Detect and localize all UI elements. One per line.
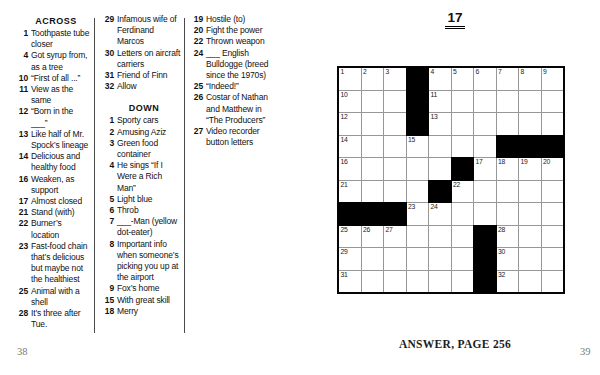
clue-item: 12“Born in the ___” bbox=[15, 106, 91, 128]
cell-number: 3 bbox=[386, 68, 390, 77]
clue-number: 12 bbox=[15, 106, 31, 128]
cell-r4c7[interactable] bbox=[474, 136, 496, 158]
cell-r10c8[interactable]: 32 bbox=[497, 271, 519, 293]
cell-number: 32 bbox=[498, 271, 505, 280]
cell-r9c3[interactable] bbox=[384, 248, 406, 270]
cell-r10c6[interactable] bbox=[452, 271, 474, 293]
block-r7c2 bbox=[362, 203, 384, 225]
clue-column-1: ACROSS1Toothpaste tube closer4Got syrup … bbox=[15, 14, 91, 330]
block-r7c1 bbox=[339, 203, 361, 225]
cell-r10c2[interactable] bbox=[362, 271, 384, 293]
cell-r5c1[interactable]: 16 bbox=[339, 158, 361, 180]
cell-r3c7[interactable] bbox=[474, 113, 496, 135]
cell-r2c2[interactable] bbox=[362, 91, 384, 113]
cell-r2c1[interactable]: 10 bbox=[339, 91, 361, 113]
clue-text: View as the same bbox=[31, 84, 91, 106]
cell-r4c6[interactable] bbox=[452, 136, 474, 158]
block-r9c7 bbox=[474, 248, 496, 270]
cell-r2c3[interactable] bbox=[384, 91, 406, 113]
cell-r9c4[interactable] bbox=[407, 248, 429, 270]
cell-r1c3[interactable]: 3 bbox=[384, 68, 406, 90]
clue-number: 20 bbox=[190, 25, 206, 36]
clue-number: 2 bbox=[101, 127, 117, 138]
block-r4c10 bbox=[542, 136, 564, 158]
clue-number: 28 bbox=[15, 308, 31, 330]
column-divider bbox=[184, 18, 185, 333]
cell-r1c2[interactable]: 2 bbox=[362, 68, 384, 90]
clue-item: 2Amusing Aziz bbox=[101, 127, 181, 138]
clue-number: 22 bbox=[190, 36, 206, 47]
clue-number: 25 bbox=[190, 81, 206, 92]
block-r6c5 bbox=[429, 181, 451, 203]
cell-number: 26 bbox=[363, 226, 370, 235]
clue-item: 24___ English Bulldogge (breed since the… bbox=[190, 48, 272, 82]
clue-item: 28It’s three after Tue. bbox=[15, 308, 91, 330]
cell-r7c10[interactable] bbox=[542, 203, 564, 225]
clue-number: 8 bbox=[101, 239, 117, 284]
clue-item: 11View as the same bbox=[15, 84, 91, 106]
clue-number: 5 bbox=[101, 194, 117, 205]
cell-number: 27 bbox=[386, 226, 393, 235]
clue-text: Fox’s home bbox=[117, 283, 181, 294]
cell-number: 7 bbox=[498, 68, 502, 77]
clue-item: 27Video recorder button letters bbox=[190, 126, 272, 148]
clue-text: Light blue bbox=[117, 194, 181, 205]
clue-number: 9 bbox=[101, 283, 117, 294]
cell-number: 29 bbox=[341, 248, 348, 257]
clue-text: Animal with a shell bbox=[31, 286, 91, 308]
clue-text: Fast-food chain that’s delicious but may… bbox=[31, 241, 91, 286]
cell-r1c6[interactable]: 5 bbox=[452, 68, 474, 90]
clue-item: 17Almost closed bbox=[15, 196, 91, 207]
cell-number: 19 bbox=[521, 158, 528, 167]
cell-number: 5 bbox=[453, 68, 457, 77]
cell-r7c5[interactable]: 24 bbox=[429, 203, 451, 225]
block-r1c4 bbox=[407, 68, 429, 90]
clue-number: 11 bbox=[15, 84, 31, 106]
clue-item: 25“Indeed!” bbox=[190, 81, 272, 92]
cell-r8c4[interactable] bbox=[407, 226, 429, 248]
clue-number: 16 bbox=[15, 174, 31, 196]
clue-text: Friend of Finn bbox=[117, 70, 181, 81]
clue-text: Delicious and healthy food bbox=[31, 151, 91, 173]
cell-r1c8[interactable]: 7 bbox=[497, 68, 519, 90]
cell-r10c5[interactable] bbox=[429, 271, 451, 293]
clue-text: Costar of Nathan and Matthew in “The Pro… bbox=[206, 92, 272, 126]
cell-r8c5[interactable] bbox=[429, 226, 451, 248]
cell-number: 9 bbox=[543, 68, 547, 77]
cell-r4c1[interactable]: 14 bbox=[339, 136, 361, 158]
cell-r1c7[interactable]: 6 bbox=[474, 68, 496, 90]
clue-item: 13Like half of Mr. Spock’s lineage bbox=[15, 129, 91, 151]
clue-text: Amusing Aziz bbox=[117, 127, 181, 138]
cell-r5c4[interactable] bbox=[407, 158, 429, 180]
clue-number: 10 bbox=[15, 73, 31, 84]
cell-r9c8[interactable]: 30 bbox=[497, 248, 519, 270]
cell-r6c4[interactable] bbox=[407, 181, 429, 203]
cell-number: 20 bbox=[543, 158, 550, 167]
cell-r3c2[interactable] bbox=[362, 113, 384, 135]
clue-number: 4 bbox=[101, 160, 117, 194]
cell-number: 18 bbox=[498, 158, 505, 167]
clue-column-3: 19Hostile (to)20Fight the power22Thrown … bbox=[190, 14, 272, 148]
clue-item: 4Got syrup from, as a tree bbox=[15, 50, 91, 72]
clue-text: With great skill bbox=[117, 295, 181, 306]
clue-number: 27 bbox=[190, 126, 206, 148]
cell-r3c9[interactable] bbox=[519, 113, 541, 135]
cell-number: 25 bbox=[341, 226, 348, 235]
clue-number: 4 bbox=[15, 50, 31, 72]
block-r7c3 bbox=[384, 203, 406, 225]
clue-item: 22Thrown weapon bbox=[190, 36, 272, 47]
clue-item: 1Sporty cars bbox=[101, 115, 181, 126]
cell-r8c2[interactable]: 26 bbox=[362, 226, 384, 248]
cell-r3c3[interactable] bbox=[384, 113, 406, 135]
clue-item: 19Hostile (to) bbox=[190, 14, 272, 25]
cell-r5c3[interactable] bbox=[384, 158, 406, 180]
clue-text: Almost closed bbox=[31, 196, 91, 207]
clue-item: 8Important info when someone’s picking y… bbox=[101, 239, 181, 284]
clue-number: 19 bbox=[190, 14, 206, 25]
clue-number: 24 bbox=[190, 48, 206, 82]
clue-text: Stand (with) bbox=[31, 207, 91, 218]
cell-r5c9[interactable]: 19 bbox=[519, 158, 541, 180]
cell-r6c9[interactable] bbox=[519, 181, 541, 203]
cell-r9c1[interactable]: 29 bbox=[339, 248, 361, 270]
clue-text: “Indeed!” bbox=[206, 81, 272, 92]
cell-r9c5[interactable] bbox=[429, 248, 451, 270]
clue-item: 29Infamous wife of Ferdinand Marcos bbox=[101, 14, 181, 48]
cell-r8c3[interactable]: 27 bbox=[384, 226, 406, 248]
cell-r6c2[interactable] bbox=[362, 181, 384, 203]
clue-text: ___ English Bulldogge (breed since the 1… bbox=[206, 48, 272, 82]
page-number-right: 39 bbox=[580, 346, 591, 357]
clue-item: 10“First of all ...” bbox=[15, 73, 91, 84]
cell-r1c9[interactable]: 8 bbox=[519, 68, 541, 90]
cell-r10c9[interactable] bbox=[519, 271, 541, 293]
cell-number: 22 bbox=[453, 181, 460, 190]
clue-text: Throb bbox=[117, 205, 181, 216]
cell-r3c5[interactable]: 13 bbox=[429, 113, 451, 135]
cell-r3c6[interactable] bbox=[452, 113, 474, 135]
clue-text: Thrown weapon bbox=[206, 36, 272, 47]
answer-note: ANSWER, PAGE 256 bbox=[327, 338, 583, 350]
cell-r7c9[interactable] bbox=[519, 203, 541, 225]
clue-number: 3 bbox=[101, 138, 117, 160]
cell-r7c4[interactable]: 23 bbox=[407, 203, 429, 225]
clue-number: 18 bbox=[101, 306, 117, 317]
block-r10c7 bbox=[474, 271, 496, 293]
clue-text: Video recorder button letters bbox=[206, 126, 272, 148]
cell-number: 30 bbox=[498, 248, 505, 257]
cell-number: 21 bbox=[341, 181, 348, 190]
cell-r10c10[interactable] bbox=[542, 271, 564, 293]
cell-r6c1[interactable]: 21 bbox=[339, 181, 361, 203]
clue-item: 3Green food container bbox=[101, 138, 181, 160]
cell-r2c8[interactable] bbox=[497, 91, 519, 113]
clue-text: Hostile (to) bbox=[206, 14, 272, 25]
cell-number: 16 bbox=[341, 158, 348, 167]
cell-number: 6 bbox=[476, 68, 480, 77]
cell-number: 11 bbox=[431, 91, 438, 100]
cell-r8c9[interactable] bbox=[519, 226, 541, 248]
cell-r6c8[interactable] bbox=[497, 181, 519, 203]
clue-item: 31Friend of Finn bbox=[101, 70, 181, 81]
cell-number: 15 bbox=[408, 136, 415, 145]
cell-number: 1 bbox=[341, 68, 345, 77]
clue-item: 14Delicious and healthy food bbox=[15, 151, 91, 173]
cell-r2c6[interactable] bbox=[452, 91, 474, 113]
cell-r10c1[interactable]: 31 bbox=[339, 271, 361, 293]
clue-number: 17 bbox=[15, 196, 31, 207]
cell-r2c7[interactable] bbox=[474, 91, 496, 113]
clue-text: ___-Man (yellow dot-eater) bbox=[117, 216, 181, 238]
cell-r1c1[interactable]: 1 bbox=[339, 68, 361, 90]
clue-number: 25 bbox=[15, 286, 31, 308]
clue-number: 22 bbox=[15, 218, 31, 240]
cell-number: 28 bbox=[498, 226, 505, 235]
clue-item: 26Costar of Nathan and Matthew in “The P… bbox=[190, 92, 272, 126]
clue-item: 5Light blue bbox=[101, 194, 181, 205]
clue-item: 22Burner’s location bbox=[15, 218, 91, 240]
clue-number: 29 bbox=[101, 14, 117, 48]
clue-text: It’s three after Tue. bbox=[31, 308, 91, 330]
cell-r2c10[interactable] bbox=[542, 91, 564, 113]
clue-number: 30 bbox=[101, 48, 117, 70]
cell-r1c10[interactable]: 9 bbox=[542, 68, 564, 90]
cell-r5c5[interactable] bbox=[429, 158, 451, 180]
clue-number: 21 bbox=[15, 207, 31, 218]
cell-r10c3[interactable] bbox=[384, 271, 406, 293]
cell-r3c1[interactable]: 12 bbox=[339, 113, 361, 135]
clue-number: 15 bbox=[101, 295, 117, 306]
cell-number: 14 bbox=[341, 136, 348, 145]
cell-number: 23 bbox=[408, 203, 415, 212]
clue-number: 1 bbox=[101, 115, 117, 126]
clue-number: 6 bbox=[101, 205, 117, 216]
block-r4c9 bbox=[519, 136, 541, 158]
clue-text: Important info when someone’s picking yo… bbox=[117, 239, 181, 284]
cell-number: 31 bbox=[341, 271, 348, 280]
cell-r5c7[interactable]: 17 bbox=[474, 158, 496, 180]
crossword-grid: 1234567891011121314151617181920212223242… bbox=[337, 66, 565, 294]
block-r4c8 bbox=[497, 136, 519, 158]
down-header: DOWN bbox=[107, 102, 181, 114]
clue-item: 7___-Man (yellow dot-eater) bbox=[101, 216, 181, 238]
clue-item: 30Letters on aircraft carriers bbox=[101, 48, 181, 70]
clue-item: 16Weaken, as support bbox=[15, 174, 91, 196]
clue-text: Toothpaste tube closer bbox=[31, 28, 91, 50]
cell-r9c10[interactable] bbox=[542, 248, 564, 270]
cell-r8c8[interactable]: 28 bbox=[497, 226, 519, 248]
cell-r4c5[interactable] bbox=[429, 136, 451, 158]
cell-number: 17 bbox=[476, 158, 483, 167]
clue-text: He sings “If I Were a Rich Man” bbox=[117, 160, 181, 194]
clue-number: 14 bbox=[15, 151, 31, 173]
cell-r7c6[interactable] bbox=[452, 203, 474, 225]
clue-item: 20Fight the power bbox=[190, 25, 272, 36]
cell-r6c7[interactable] bbox=[474, 181, 496, 203]
cell-r4c4[interactable]: 15 bbox=[407, 136, 429, 158]
clue-item: 21Stand (with) bbox=[15, 207, 91, 218]
puzzle-number-wrap: 17 bbox=[337, 8, 573, 29]
block-r5c6 bbox=[452, 158, 474, 180]
clue-item: 32Allow bbox=[101, 81, 181, 92]
clue-text: Got syrup from, as a tree bbox=[31, 50, 91, 72]
clue-item: 25Animal with a shell bbox=[15, 286, 91, 308]
puzzle-number: 17 bbox=[445, 10, 464, 29]
cell-r7c8[interactable] bbox=[497, 203, 519, 225]
across-header: ACROSS bbox=[21, 15, 91, 27]
clue-text: “Born in the ___” bbox=[31, 106, 91, 128]
clue-text: Infamous wife of Ferdinand Marcos bbox=[117, 14, 181, 48]
clue-text: Allow bbox=[117, 81, 181, 92]
cell-number: 10 bbox=[341, 91, 348, 100]
block-r3c4 bbox=[407, 113, 429, 135]
clue-number: 31 bbox=[101, 70, 117, 81]
clue-item: 6Throb bbox=[101, 205, 181, 216]
page-number-left: 38 bbox=[17, 346, 28, 357]
clue-number: 7 bbox=[101, 216, 117, 238]
cell-r10c4[interactable] bbox=[407, 271, 429, 293]
clue-column-2: 29Infamous wife of Ferdinand Marcos30Let… bbox=[101, 14, 181, 317]
cell-number: 4 bbox=[431, 68, 435, 77]
clue-item: 23Fast-food chain that’s delicious but m… bbox=[15, 241, 91, 286]
block-r8c7 bbox=[474, 226, 496, 248]
cell-r9c9[interactable] bbox=[519, 248, 541, 270]
cell-number: 2 bbox=[363, 68, 367, 77]
cell-r4c2[interactable] bbox=[362, 136, 384, 158]
cell-r3c10[interactable] bbox=[542, 113, 564, 135]
cell-number: 24 bbox=[431, 203, 438, 212]
cell-r5c2[interactable] bbox=[362, 158, 384, 180]
cell-r6c6[interactable]: 22 bbox=[452, 181, 474, 203]
cell-r6c3[interactable] bbox=[384, 181, 406, 203]
cell-r9c2[interactable] bbox=[362, 248, 384, 270]
clue-item: 4He sings “If I Were a Rich Man” bbox=[101, 160, 181, 194]
cell-r5c8[interactable]: 18 bbox=[497, 158, 519, 180]
clue-text: “First of all ...” bbox=[31, 73, 91, 84]
cell-number: 8 bbox=[521, 68, 525, 77]
cell-r8c6[interactable] bbox=[452, 226, 474, 248]
cell-r2c5[interactable]: 11 bbox=[429, 91, 451, 113]
clue-number: 13 bbox=[15, 129, 31, 151]
clue-number: 32 bbox=[101, 81, 117, 92]
cell-r8c10[interactable] bbox=[542, 226, 564, 248]
cell-r4c3[interactable] bbox=[384, 136, 406, 158]
clue-item: 9Fox’s home bbox=[101, 283, 181, 294]
clue-text: Fight the power bbox=[206, 25, 272, 36]
clue-item: 15With great skill bbox=[101, 295, 181, 306]
clue-number: 23 bbox=[15, 241, 31, 286]
cell-number: 12 bbox=[341, 113, 348, 122]
clue-text: Like half of Mr. Spock’s lineage bbox=[31, 129, 91, 151]
clue-text: Merry bbox=[117, 306, 181, 317]
clue-number: 1 bbox=[15, 28, 31, 50]
cell-r7c7[interactable] bbox=[474, 203, 496, 225]
cell-r3c8[interactable] bbox=[497, 113, 519, 135]
clue-text: Sporty cars bbox=[117, 115, 181, 126]
cell-r9c6[interactable] bbox=[452, 248, 474, 270]
block-r2c4 bbox=[407, 91, 429, 113]
clue-text: Green food container bbox=[117, 138, 181, 160]
cell-r5c10[interactable]: 20 bbox=[542, 158, 564, 180]
clue-text: Burner’s location bbox=[31, 218, 91, 240]
clue-text: Weaken, as support bbox=[31, 174, 91, 196]
clue-item: 1Toothpaste tube closer bbox=[15, 28, 91, 50]
cell-r8c1[interactable]: 25 bbox=[339, 226, 361, 248]
clue-number: 26 bbox=[190, 92, 206, 126]
cell-number: 13 bbox=[431, 113, 438, 122]
cell-r6c10[interactable] bbox=[542, 181, 564, 203]
clue-item: 18Merry bbox=[101, 306, 181, 317]
cell-r1c5[interactable]: 4 bbox=[429, 68, 451, 90]
clue-text: Letters on aircraft carriers bbox=[117, 48, 181, 70]
column-divider bbox=[94, 18, 95, 333]
cell-r2c9[interactable] bbox=[519, 91, 541, 113]
